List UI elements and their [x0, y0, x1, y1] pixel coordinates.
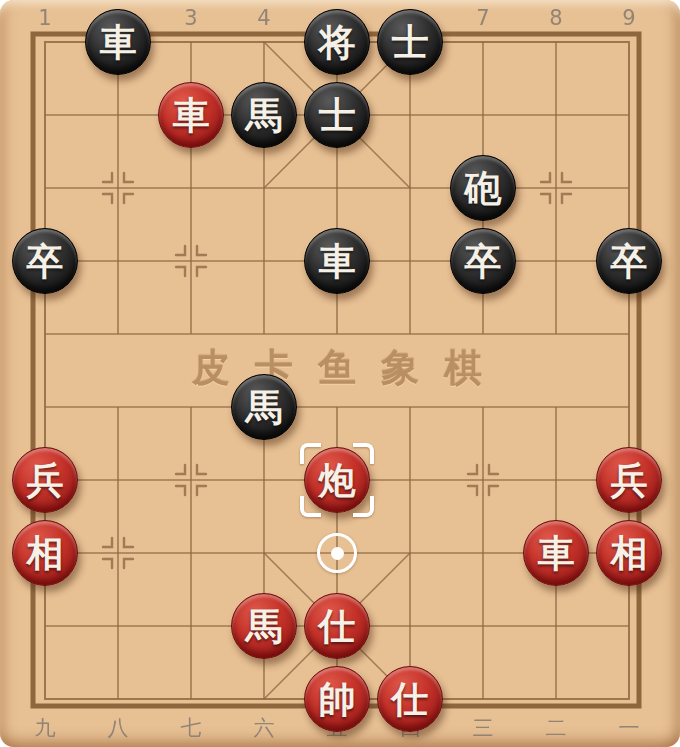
piece-black-soldier[interactable]: 卒: [450, 228, 516, 294]
piece-black-soldier[interactable]: 卒: [12, 228, 78, 294]
piece-red-advisor[interactable]: 仕: [304, 593, 370, 659]
file-label-top-3: 3: [184, 6, 197, 30]
piece-black-horse[interactable]: 馬: [231, 374, 297, 440]
piece-red-general[interactable]: 帥: [304, 666, 370, 732]
piece-red-horse[interactable]: 馬: [231, 593, 297, 659]
rank-label-bottom-2: 八: [108, 714, 129, 742]
piece-glyph: 兵: [611, 462, 648, 499]
xiangqi-app: 123456789九八七六五四三二一車将士車馬士砲卒車卒卒馬兵炮兵相車相馬仕帥仕…: [0, 0, 680, 747]
selection-brackets: [300, 443, 374, 517]
rank-label-bottom-4: 六: [254, 714, 275, 742]
piece-black-soldier[interactable]: 卒: [596, 228, 662, 294]
rank-label-bottom-1: 九: [35, 714, 56, 742]
piece-glyph: 相: [611, 535, 648, 572]
piece-glyph: 車: [319, 243, 356, 280]
piece-black-cannon[interactable]: 砲: [450, 155, 516, 221]
selection-corner-bl: [300, 496, 321, 517]
piece-glyph: 兵: [27, 462, 64, 499]
move-target-indicator[interactable]: [317, 533, 357, 573]
piece-black-horse[interactable]: 馬: [231, 82, 297, 148]
piece-black-chariot[interactable]: 車: [85, 9, 151, 75]
piece-glyph: 車: [100, 24, 137, 61]
piece-glyph: 卒: [27, 243, 64, 280]
selection-corner-tl: [300, 443, 321, 464]
piece-black-general[interactable]: 将: [304, 9, 370, 75]
piece-glyph: 相: [27, 535, 64, 572]
move-target-dot: [331, 547, 344, 560]
rank-label-bottom-7: 三: [473, 714, 494, 742]
piece-black-advisor[interactable]: 士: [377, 9, 443, 75]
selection-corner-br: [353, 496, 374, 517]
piece-glyph: 馬: [246, 608, 283, 645]
rank-label-bottom-8: 二: [546, 714, 567, 742]
piece-glyph: 車: [538, 535, 575, 572]
rank-label-bottom-9: 一: [619, 714, 640, 742]
piece-glyph: 卒: [465, 243, 502, 280]
file-label-top-1: 1: [38, 6, 51, 30]
piece-red-chariot[interactable]: 車: [523, 520, 589, 586]
piece-glyph: 馬: [246, 389, 283, 426]
piece-glyph: 士: [392, 24, 429, 61]
file-label-top-4: 4: [257, 6, 270, 30]
piece-glyph: 砲: [465, 170, 502, 207]
piece-glyph: 帥: [319, 681, 356, 718]
selection-corner-tr: [353, 443, 374, 464]
file-label-top-8: 8: [549, 6, 562, 30]
piece-red-chariot[interactable]: 車: [158, 82, 224, 148]
piece-glyph: 車: [173, 97, 210, 134]
piece-red-elephant[interactable]: 相: [12, 520, 78, 586]
piece-glyph: 将: [319, 24, 356, 61]
piece-black-advisor[interactable]: 士: [304, 82, 370, 148]
piece-glyph: 仕: [392, 681, 429, 718]
piece-red-elephant[interactable]: 相: [596, 520, 662, 586]
piece-red-soldier[interactable]: 兵: [12, 447, 78, 513]
file-label-top-9: 9: [622, 6, 635, 30]
piece-red-soldier[interactable]: 兵: [596, 447, 662, 513]
piece-red-advisor[interactable]: 仕: [377, 666, 443, 732]
piece-glyph: 馬: [246, 97, 283, 134]
piece-black-chariot[interactable]: 車: [304, 228, 370, 294]
rank-label-bottom-3: 七: [181, 714, 202, 742]
file-label-top-7: 7: [476, 6, 489, 30]
piece-glyph: 仕: [319, 608, 356, 645]
piece-glyph: 士: [319, 97, 356, 134]
piece-glyph: 卒: [611, 243, 648, 280]
